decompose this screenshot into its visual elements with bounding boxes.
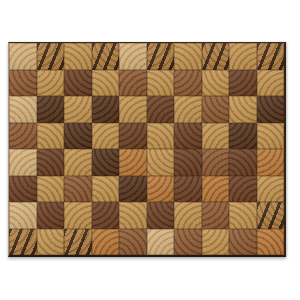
board-square [92, 70, 120, 97]
board-square [9, 70, 37, 97]
board-square [9, 123, 37, 150]
board-square [202, 149, 230, 176]
board-square [257, 229, 285, 256]
board-square [92, 96, 120, 123]
board-square [229, 96, 257, 123]
board-square [92, 202, 120, 229]
board-square [202, 96, 230, 123]
board-square [9, 96, 37, 123]
board-square [64, 123, 92, 150]
board-square [147, 149, 175, 176]
board-square [9, 229, 37, 256]
board-square [202, 123, 230, 150]
board-square [9, 176, 37, 203]
board-square [257, 176, 285, 203]
board-square [174, 202, 202, 229]
board-square [37, 96, 65, 123]
board-square [64, 202, 92, 229]
board-square [147, 176, 175, 203]
board-square [202, 202, 230, 229]
board-square [64, 96, 92, 123]
board-square [119, 70, 147, 97]
board-square [64, 43, 92, 70]
board-square [64, 229, 92, 256]
board-square [9, 149, 37, 176]
board-square [37, 202, 65, 229]
board-square [257, 123, 285, 150]
board-square [92, 149, 120, 176]
board-square [174, 123, 202, 150]
board-square [147, 229, 175, 256]
board-square [92, 229, 120, 256]
board-square [257, 96, 285, 123]
board-square [202, 43, 230, 70]
board-square [119, 96, 147, 123]
board-square [202, 176, 230, 203]
board-square [202, 70, 230, 97]
board-square [229, 176, 257, 203]
board-square [229, 70, 257, 97]
board-square [147, 43, 175, 70]
board-square [92, 123, 120, 150]
board-square [119, 176, 147, 203]
board-square [37, 149, 65, 176]
board-square [174, 96, 202, 123]
board-square [257, 43, 285, 70]
product-photo-page: { "game": "checkers / chessboard-pattern… [0, 0, 300, 300]
board-square [174, 70, 202, 97]
board-square [119, 149, 147, 176]
board-square [119, 202, 147, 229]
board-square [202, 229, 230, 256]
board-square [229, 202, 257, 229]
board-square [257, 149, 285, 176]
board-square [257, 202, 285, 229]
board-square [9, 202, 37, 229]
board-square [229, 43, 257, 70]
board-square [147, 123, 175, 150]
board-square [174, 176, 202, 203]
board-square [174, 43, 202, 70]
board-square [37, 43, 65, 70]
board-square [37, 176, 65, 203]
board-square [92, 43, 120, 70]
board-square [229, 123, 257, 150]
board-square [92, 176, 120, 203]
board-square [37, 70, 65, 97]
board-square [229, 229, 257, 256]
board-square [9, 43, 37, 70]
board-square [64, 149, 92, 176]
board-square [64, 70, 92, 97]
board-square [119, 229, 147, 256]
board-square [229, 149, 257, 176]
board-square [119, 43, 147, 70]
board-square [119, 123, 147, 150]
board-square [147, 202, 175, 229]
board-square [174, 149, 202, 176]
board-square [257, 70, 285, 97]
board-square [37, 123, 65, 150]
board-square [64, 176, 92, 203]
cutting-board [8, 42, 286, 257]
board-square [37, 229, 65, 256]
board-square [147, 70, 175, 97]
board-square [147, 96, 175, 123]
board-square [174, 229, 202, 256]
